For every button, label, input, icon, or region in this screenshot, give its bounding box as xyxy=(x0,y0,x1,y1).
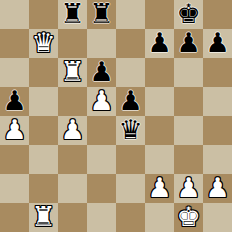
square-g8[interactable]: ♚ xyxy=(174,0,203,29)
square-f2[interactable]: ♟ xyxy=(145,174,174,203)
square-g6[interactable] xyxy=(174,58,203,87)
square-f3[interactable] xyxy=(145,145,174,174)
black-queen-piece: ♛ xyxy=(118,115,142,144)
white-pawn-piece: ♟ xyxy=(147,173,171,202)
square-h7[interactable]: ♟ xyxy=(203,29,232,58)
square-g4[interactable] xyxy=(174,116,203,145)
square-d1[interactable] xyxy=(87,203,116,232)
square-a2[interactable] xyxy=(0,174,29,203)
square-f4[interactable] xyxy=(145,116,174,145)
square-f6[interactable] xyxy=(145,58,174,87)
square-b7[interactable]: ♛ xyxy=(29,29,58,58)
square-a1[interactable] xyxy=(0,203,29,232)
square-h1[interactable] xyxy=(203,203,232,232)
square-g1[interactable]: ♚ xyxy=(174,203,203,232)
square-b2[interactable] xyxy=(29,174,58,203)
square-e3[interactable] xyxy=(116,145,145,174)
black-pawn-piece: ♟ xyxy=(2,86,26,115)
square-d5[interactable]: ♟ xyxy=(87,87,116,116)
square-g2[interactable]: ♟ xyxy=(174,174,203,203)
square-b1[interactable]: ♜ xyxy=(29,203,58,232)
chess-board: ♜♜♚♛♟♟♟♜♟♟♟♟♟♟♛♟♟♟♜♚ xyxy=(0,0,232,232)
square-a4[interactable]: ♟ xyxy=(0,116,29,145)
black-pawn-piece: ♟ xyxy=(147,28,171,57)
square-d8[interactable]: ♜ xyxy=(87,0,116,29)
square-h3[interactable] xyxy=(203,145,232,174)
square-d4[interactable] xyxy=(87,116,116,145)
black-pawn-piece: ♟ xyxy=(118,86,142,115)
square-f8[interactable] xyxy=(145,0,174,29)
black-pawn-piece: ♟ xyxy=(89,57,113,86)
white-pawn-piece: ♟ xyxy=(60,115,84,144)
white-queen-piece: ♛ xyxy=(31,28,55,57)
square-e2[interactable] xyxy=(116,174,145,203)
white-pawn-piece: ♟ xyxy=(205,173,229,202)
white-rook-piece: ♜ xyxy=(60,57,84,86)
chess-board-container: ♜♜♚♛♟♟♟♜♟♟♟♟♟♟♛♟♟♟♜♚ xyxy=(0,0,232,232)
square-d7[interactable] xyxy=(87,29,116,58)
square-f1[interactable] xyxy=(145,203,174,232)
square-e7[interactable] xyxy=(116,29,145,58)
square-d6[interactable]: ♟ xyxy=(87,58,116,87)
square-g5[interactable] xyxy=(174,87,203,116)
square-c8[interactable]: ♜ xyxy=(58,0,87,29)
black-pawn-piece: ♟ xyxy=(176,28,200,57)
square-b5[interactable] xyxy=(29,87,58,116)
square-b6[interactable] xyxy=(29,58,58,87)
white-pawn-piece: ♟ xyxy=(176,173,200,202)
square-e5[interactable]: ♟ xyxy=(116,87,145,116)
square-h6[interactable] xyxy=(203,58,232,87)
square-b4[interactable] xyxy=(29,116,58,145)
square-h4[interactable] xyxy=(203,116,232,145)
square-c2[interactable] xyxy=(58,174,87,203)
white-pawn-piece: ♟ xyxy=(89,86,113,115)
square-h8[interactable] xyxy=(203,0,232,29)
square-d3[interactable] xyxy=(87,145,116,174)
square-e1[interactable] xyxy=(116,203,145,232)
black-rook-piece: ♜ xyxy=(60,0,84,28)
square-c5[interactable] xyxy=(58,87,87,116)
square-g7[interactable]: ♟ xyxy=(174,29,203,58)
square-b3[interactable] xyxy=(29,145,58,174)
square-d2[interactable] xyxy=(87,174,116,203)
square-a3[interactable] xyxy=(0,145,29,174)
square-c3[interactable] xyxy=(58,145,87,174)
black-rook-piece: ♜ xyxy=(89,0,113,28)
square-f5[interactable] xyxy=(145,87,174,116)
black-pawn-piece: ♟ xyxy=(205,28,229,57)
white-pawn-piece: ♟ xyxy=(2,115,26,144)
square-e6[interactable] xyxy=(116,58,145,87)
square-b8[interactable] xyxy=(29,0,58,29)
square-e4[interactable]: ♛ xyxy=(116,116,145,145)
square-a7[interactable] xyxy=(0,29,29,58)
white-king-piece: ♚ xyxy=(176,202,200,231)
square-e8[interactable] xyxy=(116,0,145,29)
square-c1[interactable] xyxy=(58,203,87,232)
square-a6[interactable] xyxy=(0,58,29,87)
white-rook-piece: ♜ xyxy=(31,202,55,231)
square-h5[interactable] xyxy=(203,87,232,116)
square-c6[interactable]: ♜ xyxy=(58,58,87,87)
square-a5[interactable]: ♟ xyxy=(0,87,29,116)
square-h2[interactable]: ♟ xyxy=(203,174,232,203)
square-a8[interactable] xyxy=(0,0,29,29)
square-f7[interactable]: ♟ xyxy=(145,29,174,58)
square-g3[interactable] xyxy=(174,145,203,174)
black-king-piece: ♚ xyxy=(176,0,200,28)
square-c4[interactable]: ♟ xyxy=(58,116,87,145)
square-c7[interactable] xyxy=(58,29,87,58)
